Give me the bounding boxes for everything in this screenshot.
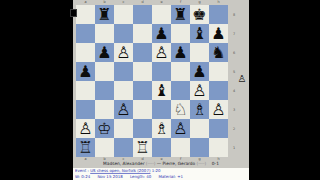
square-c6[interactable]: ♙ bbox=[114, 43, 133, 62]
rank-label-8: 8 bbox=[232, 9, 237, 20]
game-info-box: Event : US chess open, Norfolk (2007) 1:… bbox=[73, 168, 249, 180]
square-e7[interactable]: ♟ bbox=[152, 24, 171, 43]
white-player-rating: (----) bbox=[146, 161, 156, 166]
square-h3[interactable]: ♙ bbox=[209, 100, 228, 119]
file-label-b: b bbox=[99, 157, 110, 159]
square-d4[interactable] bbox=[133, 81, 152, 100]
square-b1[interactable] bbox=[95, 138, 114, 157]
chess-viewer-panel: abcdefgh ♜♜♚♟♝♟♟♙♙♟♞♟♟♝♙♙♘♗♙♙♔♗♙♖♖ 87654… bbox=[73, 0, 249, 180]
square-h2[interactable] bbox=[209, 119, 228, 138]
white-player-name: Madsen, Alexander bbox=[103, 161, 144, 166]
square-h8[interactable] bbox=[209, 5, 228, 24]
square-e1[interactable] bbox=[152, 138, 171, 157]
black-player-name: Pierre, Gerardo bbox=[163, 161, 196, 166]
square-b8[interactable]: ♜ bbox=[95, 5, 114, 24]
square-g2[interactable] bbox=[190, 119, 209, 138]
file-labels-top: abcdefgh bbox=[76, 0, 228, 4]
square-f4[interactable] bbox=[171, 81, 190, 100]
square-b3[interactable] bbox=[95, 100, 114, 119]
square-b4[interactable] bbox=[95, 81, 114, 100]
rank-label-4: 4 bbox=[232, 85, 237, 96]
square-b2[interactable]: ♔ bbox=[95, 119, 114, 138]
material-value: Material: +1 bbox=[158, 174, 183, 179]
square-e4[interactable]: ♝ bbox=[152, 81, 171, 100]
chess-board: ♜♜♚♟♝♟♟♙♙♟♞♟♟♝♙♙♘♗♙♙♔♗♙♖♖ bbox=[76, 5, 228, 157]
square-f5[interactable] bbox=[171, 62, 190, 81]
file-label-g: g bbox=[194, 157, 205, 159]
square-f8[interactable]: ♜ bbox=[171, 5, 190, 24]
square-h4[interactable] bbox=[209, 81, 228, 100]
file-label-g: g bbox=[194, 0, 205, 2]
square-a1[interactable]: ♖ bbox=[76, 138, 95, 157]
file-label-e: e bbox=[156, 157, 167, 159]
square-d7[interactable] bbox=[133, 24, 152, 43]
game-result: 0-1 bbox=[212, 161, 219, 166]
event-line: Event : US chess open, Norfolk (2007) 1:… bbox=[75, 169, 189, 173]
file-label-c: c bbox=[118, 157, 129, 159]
square-d8[interactable] bbox=[133, 5, 152, 24]
rank-label-1: 1 bbox=[232, 142, 237, 153]
square-c4[interactable] bbox=[114, 81, 133, 100]
rank-label-3: 3 bbox=[232, 104, 237, 115]
file-label-a: a bbox=[80, 157, 91, 159]
rank-label-2: 2 bbox=[232, 123, 237, 134]
square-c7[interactable] bbox=[114, 24, 133, 43]
event-time: 1:20 bbox=[152, 168, 161, 173]
square-a5[interactable]: ♟ bbox=[76, 62, 95, 81]
square-d5[interactable] bbox=[133, 62, 152, 81]
square-e2[interactable]: ♗ bbox=[152, 119, 171, 138]
square-a3[interactable] bbox=[76, 100, 95, 119]
square-c8[interactable] bbox=[114, 5, 133, 24]
square-d1[interactable]: ♖ bbox=[133, 138, 152, 157]
square-e6[interactable]: ♙ bbox=[152, 43, 171, 62]
file-label-h: h bbox=[213, 157, 224, 159]
square-g8[interactable]: ♚ bbox=[190, 5, 209, 24]
players-line: Madsen, Alexander (----) — Pierre, Gerar… bbox=[98, 161, 225, 166]
square-d3[interactable] bbox=[133, 100, 152, 119]
square-b6[interactable]: ♟ bbox=[95, 43, 114, 62]
event-link[interactable]: US chess open, Norfolk (2007) bbox=[90, 168, 150, 173]
square-a8[interactable] bbox=[76, 5, 95, 24]
file-label-f: f bbox=[175, 0, 186, 2]
square-g7[interactable]: ♝ bbox=[190, 24, 209, 43]
square-f7[interactable] bbox=[171, 24, 190, 43]
square-g4[interactable]: ♙ bbox=[190, 81, 209, 100]
material-indicator-pawn-icon: ♙ bbox=[236, 73, 248, 85]
square-c1[interactable] bbox=[114, 138, 133, 157]
square-e5[interactable] bbox=[152, 62, 171, 81]
file-label-d: d bbox=[137, 0, 148, 2]
rank-label-7: 7 bbox=[232, 28, 237, 39]
square-c2[interactable] bbox=[114, 119, 133, 138]
black-player-rating: (----) bbox=[197, 161, 207, 166]
square-a6[interactable] bbox=[76, 43, 95, 62]
file-label-b: b bbox=[99, 0, 110, 2]
square-b7[interactable] bbox=[95, 24, 114, 43]
square-g3[interactable]: ♗ bbox=[190, 100, 209, 119]
square-g5[interactable]: ♟ bbox=[190, 62, 209, 81]
length-value: Length: 40 bbox=[130, 174, 151, 179]
square-g1[interactable] bbox=[190, 138, 209, 157]
square-e3[interactable] bbox=[152, 100, 171, 119]
event-label: Event : bbox=[75, 168, 89, 173]
status-line: W: 0:24 Nov 15 2018 Length: 40 Material:… bbox=[75, 175, 189, 179]
square-d2[interactable] bbox=[133, 119, 152, 138]
file-label-c: c bbox=[118, 0, 129, 2]
file-label-a: a bbox=[80, 0, 91, 2]
square-b5[interactable] bbox=[95, 62, 114, 81]
square-h5[interactable] bbox=[209, 62, 228, 81]
file-label-h: h bbox=[213, 0, 224, 2]
file-label-e: e bbox=[156, 0, 167, 2]
square-c3[interactable]: ♙ bbox=[114, 100, 133, 119]
square-h7[interactable]: ♟ bbox=[209, 24, 228, 43]
square-e8[interactable] bbox=[152, 5, 171, 24]
square-f2[interactable]: ♙ bbox=[171, 119, 190, 138]
square-d6[interactable] bbox=[133, 43, 152, 62]
file-label-f: f bbox=[175, 157, 186, 159]
file-label-d: d bbox=[137, 157, 148, 159]
square-a2[interactable]: ♙ bbox=[76, 119, 95, 138]
square-c5[interactable] bbox=[114, 62, 133, 81]
rank-label-6: 6 bbox=[232, 47, 237, 58]
square-h1[interactable] bbox=[209, 138, 228, 157]
square-f6[interactable]: ♟ bbox=[171, 43, 190, 62]
square-a7[interactable] bbox=[76, 24, 95, 43]
square-h6[interactable]: ♞ bbox=[209, 43, 228, 62]
black-to-move-indicator bbox=[70, 9, 77, 17]
square-f3[interactable]: ♘ bbox=[171, 100, 190, 119]
date-value: Nov 15 2018 bbox=[97, 174, 122, 179]
square-f1[interactable] bbox=[171, 138, 190, 157]
players-separator: — bbox=[157, 161, 161, 166]
video-frame: abcdefgh ♜♜♚♟♝♟♟♙♙♟♞♟♟♝♙♙♘♗♙♙♔♗♙♖♖ 87654… bbox=[0, 0, 320, 180]
square-a4[interactable] bbox=[76, 81, 95, 100]
square-g6[interactable] bbox=[190, 43, 209, 62]
clock-value: W: 0:24 bbox=[75, 174, 90, 179]
